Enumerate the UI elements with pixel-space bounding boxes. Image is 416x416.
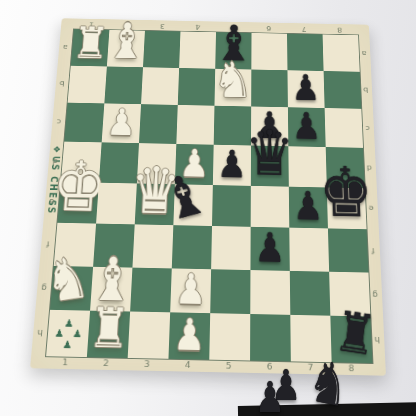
square-e1: ♚ xyxy=(57,181,98,223)
piece-wR-h2: ♜ xyxy=(87,300,131,356)
square-f6: ♟ xyxy=(250,227,289,271)
piece-wB-a2: ♝ xyxy=(105,16,149,66)
file-label-left-c: c xyxy=(56,118,61,125)
square-c1 xyxy=(64,103,104,142)
rank-label-bottom-5: 5 xyxy=(226,361,232,370)
logo-pawn-icon: ♟ xyxy=(72,328,82,338)
rank-label-top-6: 6 xyxy=(266,24,271,31)
chessboard: ❖US CHESS ♜♝♝♞♟♟♟♟♟♟♛♚♛♝♟♚♟♞♝♟♟♟♟♟♜♟♜ 11… xyxy=(30,18,386,375)
square-h3 xyxy=(128,312,170,359)
square-a2: ♝ xyxy=(107,30,145,67)
square-b7: ♟ xyxy=(287,70,324,108)
square-e4: ♝ xyxy=(173,184,212,226)
square-c4 xyxy=(176,105,214,144)
square-a6 xyxy=(251,33,287,70)
square-f8 xyxy=(328,229,369,273)
square-b6 xyxy=(251,69,288,107)
square-a1: ♜ xyxy=(71,29,110,66)
square-g3 xyxy=(130,267,172,312)
rank-label-bottom-3: 3 xyxy=(144,360,150,369)
square-f7 xyxy=(289,228,329,272)
rank-label-top-7: 7 xyxy=(301,25,306,32)
square-g4: ♟ xyxy=(170,268,211,313)
piece-wN-g1: ♞ xyxy=(42,249,92,312)
square-b2 xyxy=(104,66,143,104)
rank-label-top-8: 8 xyxy=(337,26,342,33)
square-e6 xyxy=(251,185,290,227)
rank-label-bottom-4: 4 xyxy=(185,361,191,370)
file-label-left-h: h xyxy=(37,328,43,336)
square-a4 xyxy=(179,31,216,68)
piece-bP-c7: ♟ xyxy=(292,108,322,145)
file-label-right-b: b xyxy=(363,86,368,93)
square-f5 xyxy=(211,226,251,270)
square-b4 xyxy=(178,68,215,106)
us-chess-corner-logo: ♟♟♟♟ xyxy=(46,310,90,357)
square-g6 xyxy=(250,270,290,315)
table-scene: ❖US CHESS ♜♝♝♞♟♟♟♟♟♟♛♚♛♝♟♚♟♞♝♟♟♟♟♟♜♟♜ 11… xyxy=(0,0,416,416)
square-c3 xyxy=(139,104,178,143)
rank-label-top-3: 3 xyxy=(159,22,164,29)
square-c8 xyxy=(325,108,363,148)
square-f3 xyxy=(132,224,173,268)
square-b8 xyxy=(324,71,362,109)
board-grid: ♜♝♝♞♟♟♟♟♟♟♛♚♛♝♟♚♟♞♝♟♟♟♟♟♜♟♜ xyxy=(45,29,373,365)
file-label-right-c: c xyxy=(365,124,370,131)
captured-piece-bP-1: ♟ xyxy=(255,376,285,416)
piece-bP-b7: ♟ xyxy=(291,71,320,107)
square-h1: ♟♟♟♟ xyxy=(46,310,90,357)
square-h4: ♟ xyxy=(168,313,210,360)
square-d6: ♛ xyxy=(251,145,289,186)
square-a3 xyxy=(143,31,180,68)
piece-bP-f6: ♟ xyxy=(255,228,286,269)
square-h2: ♜ xyxy=(87,311,130,358)
square-b5: ♞ xyxy=(214,68,251,106)
rank-label-top-4: 4 xyxy=(195,23,200,30)
piece-wP-g4: ♟ xyxy=(174,269,206,312)
square-b3 xyxy=(141,67,179,105)
file-label-left-b: b xyxy=(59,80,65,87)
square-a8 xyxy=(323,34,360,71)
square-h6 xyxy=(250,314,291,361)
piece-bK-e8: ♚ xyxy=(319,158,375,228)
square-g7 xyxy=(290,271,331,316)
square-g5 xyxy=(210,269,250,314)
square-h5 xyxy=(209,314,250,361)
square-a7 xyxy=(287,34,324,71)
square-b1 xyxy=(68,65,107,103)
rank-label-bottom-1: 1 xyxy=(62,358,68,367)
piece-wN-b5: ♞ xyxy=(213,56,253,106)
square-c2: ♟ xyxy=(102,104,141,143)
piece-wP-c2: ♟ xyxy=(106,104,137,141)
piece-bQ-d6: ♛ xyxy=(245,121,295,184)
file-label-right-a: a xyxy=(362,49,367,56)
file-label-right-f: f xyxy=(371,246,374,254)
file-label-right-g: g xyxy=(372,290,378,298)
file-label-left-a: a xyxy=(63,43,68,50)
square-g1: ♞ xyxy=(50,266,93,311)
square-e5 xyxy=(212,185,251,227)
piece-wP-h4: ♟ xyxy=(173,314,206,358)
square-f4 xyxy=(172,225,212,269)
logo-pawn-icon: ♟ xyxy=(62,339,73,350)
square-e8: ♚ xyxy=(327,187,367,229)
piece-bP-d5: ♟ xyxy=(217,145,247,183)
